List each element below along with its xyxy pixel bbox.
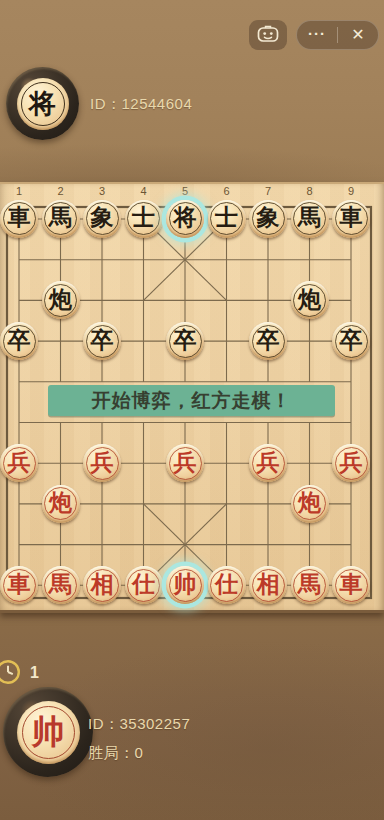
piece-glyph: 卒 — [257, 329, 280, 352]
piece-glyph: 卒 — [340, 329, 363, 352]
piece-glyph: 兵 — [91, 451, 114, 474]
file-label-top-7: 7 — [247, 185, 289, 197]
piece-glyph: 兵 — [174, 451, 197, 474]
piece-glyph: 相 — [91, 573, 114, 596]
piece-black-車-r0c0[interactable]: 車 — [0, 200, 38, 238]
piece-black-象-r0c6[interactable]: 象 — [249, 200, 287, 238]
file-label-top-6: 6 — [206, 185, 248, 197]
game-center-button[interactable] — [249, 20, 287, 50]
piece-red-相-r9c2[interactable]: 相 — [83, 566, 121, 604]
piece-red-相-r9c6[interactable]: 相 — [249, 566, 287, 604]
file-label-top-1: 1 — [0, 185, 40, 197]
piece-red-兵-r6c0[interactable]: 兵 — [0, 444, 38, 482]
piece-glyph: 仕 — [132, 573, 155, 596]
file-numbers-top: 123456789 — [0, 185, 372, 197]
player-avatar: 帅 — [3, 687, 93, 777]
piece-red-炮-r7c1[interactable]: 炮 — [42, 485, 80, 523]
file-label-top-8: 8 — [289, 185, 331, 197]
piece-glyph: 車 — [340, 573, 363, 596]
piece-black-卒-r3c8[interactable]: 卒 — [332, 322, 370, 360]
piece-glyph: 馬 — [49, 573, 72, 596]
piece-black-車-r0c8[interactable]: 車 — [332, 200, 370, 238]
xiangqi-board: 123456789 九八七六五四三二一 开始博弈，红方走棋！ 車馬象士将士象馬車… — [0, 182, 384, 613]
piece-glyph: 象 — [257, 206, 280, 229]
piece-glyph: 車 — [8, 573, 31, 596]
piece-black-卒-r3c2[interactable]: 卒 — [83, 322, 121, 360]
piece-glyph: 将 — [174, 206, 197, 229]
piece-glyph: 炮 — [49, 491, 72, 514]
piece-glyph: 卒 — [8, 329, 31, 352]
piece-red-車-r9c0[interactable]: 車 — [0, 566, 38, 604]
opponent-avatar: 将 — [6, 67, 79, 140]
piece-black-士-r0c3[interactable]: 士 — [125, 200, 163, 238]
more-button[interactable]: ··· — [297, 25, 337, 42]
piece-glyph: 炮 — [298, 288, 321, 311]
piece-red-仕-r9c3[interactable]: 仕 — [125, 566, 163, 604]
piece-glyph: 炮 — [49, 288, 72, 311]
piece-red-兵-r6c8[interactable]: 兵 — [332, 444, 370, 482]
timer-value: 1 — [30, 664, 39, 682]
piece-black-象-r0c2[interactable]: 象 — [83, 200, 121, 238]
piece-red-兵-r6c4[interactable]: 兵 — [166, 444, 204, 482]
piece-glyph: 士 — [215, 206, 238, 229]
piece-black-将-r0c4[interactable]: 将 — [166, 200, 204, 238]
opponent-id: ID：12544604 — [90, 95, 192, 114]
wechat-capsule: ··· ✕ — [296, 20, 379, 50]
avatar-ring — [21, 82, 65, 126]
piece-black-卒-r3c4[interactable]: 卒 — [166, 322, 204, 360]
piece-glyph: 車 — [8, 206, 31, 229]
gamepad-icon — [256, 25, 280, 45]
piece-glyph: 兵 — [8, 451, 31, 474]
player-wins: 胜局：0 — [88, 744, 143, 763]
player-id: ID：35302257 — [88, 715, 190, 734]
piece-red-兵-r6c6[interactable]: 兵 — [249, 444, 287, 482]
piece-glyph: 馬 — [298, 206, 321, 229]
piece-red-車-r9c8[interactable]: 車 — [332, 566, 370, 604]
piece-red-帅-r9c4[interactable]: 帅 — [166, 566, 204, 604]
piece-red-馬-r9c1[interactable]: 馬 — [42, 566, 80, 604]
piece-glyph: 帅 — [174, 573, 197, 596]
piece-glyph: 卒 — [91, 329, 114, 352]
piece-red-馬-r9c7[interactable]: 馬 — [291, 566, 329, 604]
piece-black-馬-r0c7[interactable]: 馬 — [291, 200, 329, 238]
piece-black-炮-r2c7[interactable]: 炮 — [291, 281, 329, 319]
piece-glyph: 馬 — [298, 573, 321, 596]
close-button[interactable]: ✕ — [338, 21, 378, 49]
avatar-ring — [22, 706, 75, 759]
piece-black-卒-r3c0[interactable]: 卒 — [0, 322, 38, 360]
piece-red-炮-r7c7[interactable]: 炮 — [291, 485, 329, 523]
file-label-top-3: 3 — [81, 185, 123, 197]
file-label-top-5: 5 — [164, 185, 206, 197]
piece-glyph: 炮 — [298, 491, 321, 514]
piece-glyph: 象 — [91, 206, 114, 229]
pieces-layer: 車馬象士将士象馬車炮炮卒卒卒卒卒兵兵兵兵兵炮炮車馬相仕帅仕相馬車 — [0, 199, 372, 606]
file-label-top-4: 4 — [123, 185, 165, 197]
piece-glyph: 仕 — [215, 573, 238, 596]
piece-red-仕-r9c5[interactable]: 仕 — [208, 566, 246, 604]
piece-glyph: 卒 — [174, 329, 197, 352]
file-label-top-9: 9 — [330, 185, 372, 197]
piece-glyph: 兵 — [257, 451, 280, 474]
piece-black-炮-r2c1[interactable]: 炮 — [42, 281, 80, 319]
move-timer: 1 — [0, 659, 39, 685]
piece-glyph: 兵 — [340, 451, 363, 474]
piece-black-馬-r0c1[interactable]: 馬 — [42, 200, 80, 238]
piece-glyph: 士 — [132, 206, 155, 229]
clock-icon — [0, 659, 21, 685]
piece-black-卒-r3c6[interactable]: 卒 — [249, 322, 287, 360]
file-label-top-2: 2 — [40, 185, 82, 197]
piece-glyph: 馬 — [49, 206, 72, 229]
piece-black-士-r0c5[interactable]: 士 — [208, 200, 246, 238]
piece-red-兵-r6c2[interactable]: 兵 — [83, 444, 121, 482]
piece-glyph: 相 — [257, 573, 280, 596]
piece-glyph: 車 — [340, 206, 363, 229]
